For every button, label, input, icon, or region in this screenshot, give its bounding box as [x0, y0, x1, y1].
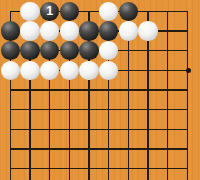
grid-line-vertical	[187, 11, 188, 180]
white-stone	[99, 61, 118, 80]
white-stone	[40, 21, 59, 40]
white-stone	[60, 61, 79, 80]
black-stone	[79, 41, 98, 60]
grid-line-horizontal	[10, 129, 188, 130]
grid-line-horizontal	[10, 148, 188, 149]
white-stone	[20, 21, 39, 40]
grid-line-horizontal	[10, 109, 188, 110]
black-stone	[1, 41, 20, 60]
star-point-icon	[186, 68, 191, 73]
move-number-label: 1	[40, 2, 59, 21]
white-stone	[40, 61, 59, 80]
white-stone	[79, 61, 98, 80]
black-stone	[1, 21, 20, 40]
white-stone	[20, 2, 39, 21]
grid-line-vertical	[167, 11, 168, 180]
white-stone	[138, 21, 157, 40]
white-stone	[99, 2, 118, 21]
white-stone	[1, 61, 20, 80]
black-stone: 1	[40, 2, 59, 21]
black-stone	[99, 21, 118, 40]
white-stone	[119, 21, 138, 40]
black-stone	[79, 21, 98, 40]
black-stone	[60, 41, 79, 60]
grid-line-horizontal	[10, 89, 188, 90]
black-stone	[20, 41, 39, 60]
black-stone	[119, 2, 138, 21]
black-stone	[60, 2, 79, 21]
white-stone	[20, 61, 39, 80]
black-stone	[40, 41, 59, 60]
white-stone	[60, 21, 79, 40]
go-board[interactable]: 1	[0, 0, 200, 180]
white-stone	[99, 41, 118, 60]
grid-line-horizontal	[10, 168, 188, 169]
